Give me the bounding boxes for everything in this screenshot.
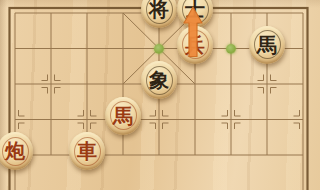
piece-glyph: 馬 xyxy=(113,106,133,126)
piece-glyph: 象 xyxy=(149,70,169,90)
piece-glyph: 車 xyxy=(77,141,97,161)
board-point: 兵 xyxy=(177,31,213,67)
piece-glyph: 士 xyxy=(185,0,205,19)
board-point: 将 xyxy=(141,0,177,31)
board-point: 象 xyxy=(141,66,177,102)
piece-red-chariot[interactable]: 車 xyxy=(69,132,105,170)
move-hint-dot[interactable] xyxy=(154,44,164,54)
piece-black-horse[interactable]: 馬 xyxy=(249,26,285,64)
move-hint-point[interactable] xyxy=(213,31,249,67)
board-points-grid: 将士兵馬象馬車炮 xyxy=(0,0,320,173)
move-hint-dot[interactable] xyxy=(226,44,236,54)
board-point: 馬 xyxy=(105,102,141,138)
piece-glyph: 炮 xyxy=(5,141,25,161)
piece-glyph: 将 xyxy=(149,0,169,19)
piece-glyph: 兵 xyxy=(185,35,205,55)
board-point: 車 xyxy=(69,137,105,173)
piece-black-advisor[interactable]: 士 xyxy=(177,0,213,28)
xiangqi-board: 将士兵馬象馬車炮 xyxy=(0,0,320,190)
piece-black-elephant[interactable]: 象 xyxy=(141,61,177,99)
piece-glyph: 馬 xyxy=(257,35,277,55)
board-point: 炮 xyxy=(0,137,33,173)
board-point: 馬 xyxy=(249,31,285,67)
piece-red-cannon[interactable]: 炮 xyxy=(0,132,33,170)
piece-red-horse[interactable]: 馬 xyxy=(105,97,141,135)
piece-red-soldier[interactable]: 兵 xyxy=(177,26,213,64)
piece-black-general[interactable]: 将 xyxy=(141,0,177,28)
